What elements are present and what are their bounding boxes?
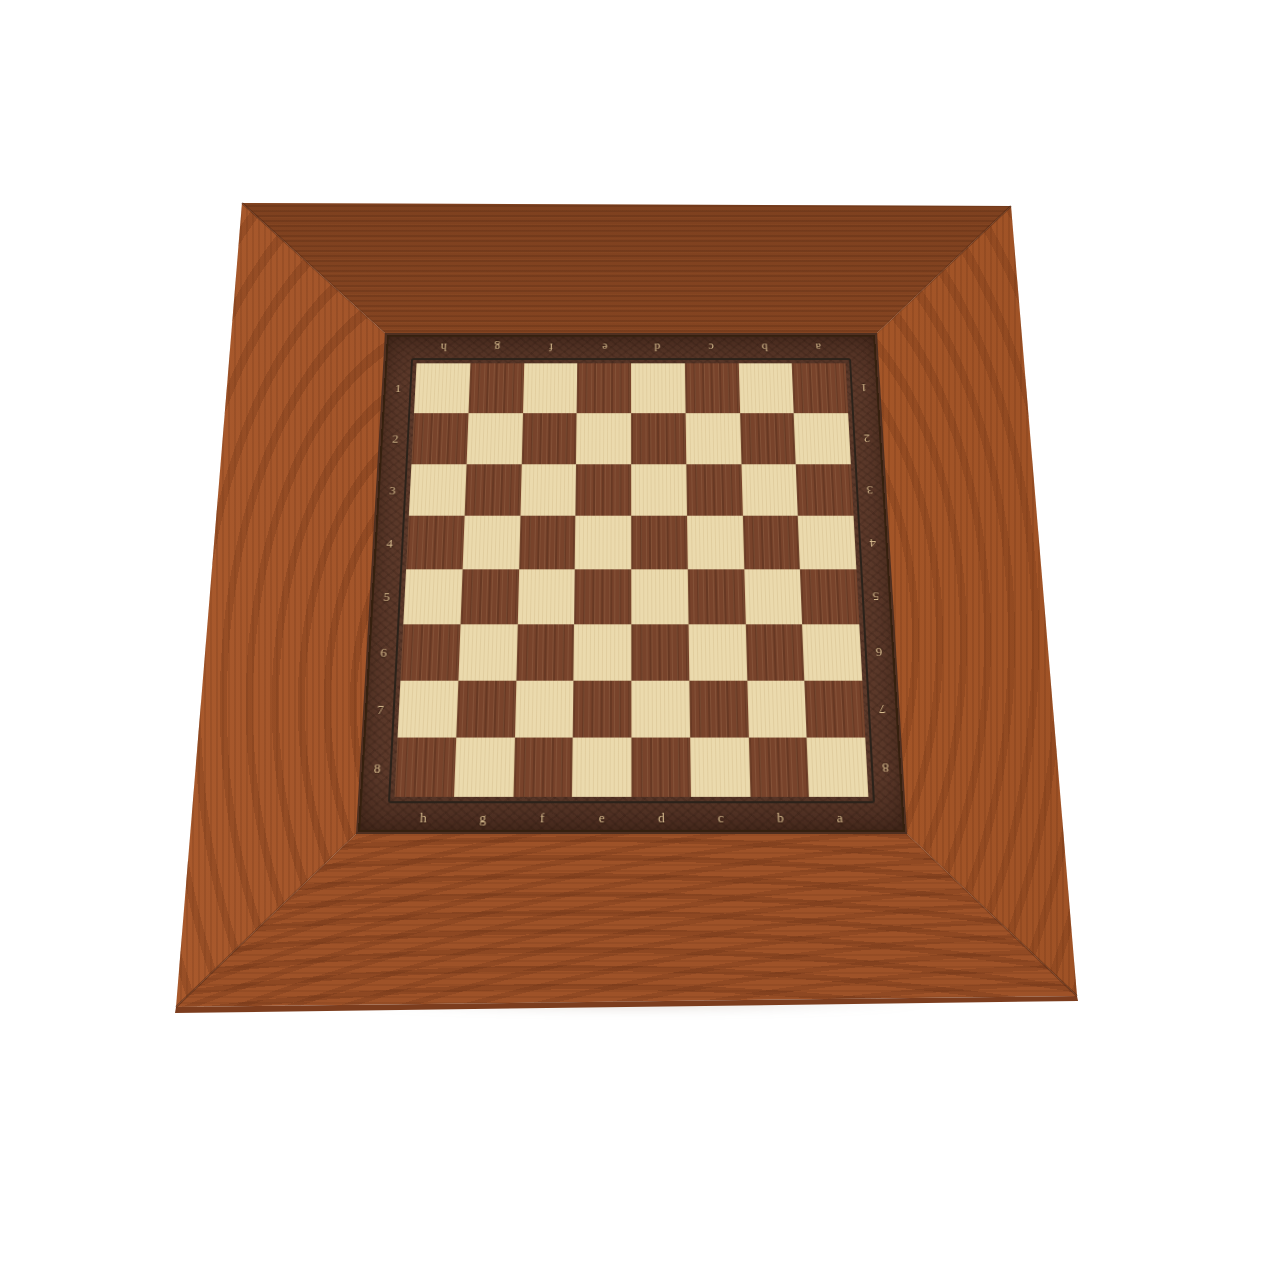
square-c6[interactable] — [688, 624, 747, 680]
rank-label-left-7: 7 — [377, 702, 384, 715]
square-b8[interactable] — [748, 738, 809, 797]
chess-table-photo: hh11gg22ff33ee44dd55cc66bb77aa88 — [0, 0, 1280, 1280]
square-a5[interactable] — [800, 569, 859, 624]
square-b4[interactable] — [742, 516, 800, 569]
rank-label-right-8: 8 — [882, 760, 890, 774]
square-e1[interactable] — [577, 363, 631, 413]
rank-label-right-5: 5 — [872, 590, 879, 603]
rank-label-right-7: 7 — [879, 702, 886, 715]
file-label-top-b: b — [761, 341, 767, 352]
square-d2[interactable] — [631, 413, 686, 464]
square-h5[interactable] — [403, 569, 462, 624]
square-b7[interactable] — [747, 680, 807, 738]
square-c2[interactable] — [685, 413, 741, 464]
file-label-top-g: g — [494, 341, 500, 352]
square-e7[interactable] — [573, 680, 631, 738]
square-h8[interactable] — [394, 738, 455, 797]
square-g4[interactable] — [462, 516, 520, 569]
square-h6[interactable] — [400, 624, 460, 680]
file-label-bottom-a: a — [836, 810, 843, 824]
rank-label-left-4: 4 — [386, 536, 393, 548]
file-label-bottom-h: h — [420, 810, 427, 824]
square-g7[interactable] — [456, 680, 516, 738]
file-label-bottom-b: b — [777, 810, 784, 824]
square-a3[interactable] — [796, 464, 854, 516]
chess-board: hh11gg22ff33ee44dd55cc66bb77aa88 — [358, 335, 905, 832]
square-c1[interactable] — [685, 363, 740, 413]
square-e3[interactable] — [576, 464, 632, 516]
square-e6[interactable] — [574, 624, 632, 680]
board-grid — [394, 363, 868, 797]
square-d4[interactable] — [631, 516, 687, 569]
square-a7[interactable] — [805, 680, 866, 738]
square-c4[interactable] — [687, 516, 744, 569]
square-b3[interactable] — [741, 464, 798, 516]
square-e8[interactable] — [572, 738, 631, 797]
square-d8[interactable] — [631, 738, 690, 797]
rank-label-left-2: 2 — [392, 432, 399, 444]
file-label-top-h: h — [441, 341, 448, 352]
square-a8[interactable] — [807, 738, 869, 797]
square-c5[interactable] — [688, 569, 746, 624]
square-a4[interactable] — [798, 516, 856, 569]
square-a6[interactable] — [802, 624, 862, 680]
square-d5[interactable] — [631, 569, 688, 624]
rank-label-left-8: 8 — [374, 760, 381, 774]
file-label-top-a: a — [815, 341, 821, 352]
rank-label-left-6: 6 — [380, 646, 387, 659]
square-g5[interactable] — [460, 569, 518, 624]
square-b1[interactable] — [738, 363, 794, 413]
rank-label-right-4: 4 — [869, 536, 876, 548]
square-d7[interactable] — [631, 680, 690, 738]
rank-label-left-1: 1 — [395, 382, 402, 393]
square-c3[interactable] — [686, 464, 742, 516]
square-c7[interactable] — [689, 680, 748, 738]
file-label-bottom-e: e — [599, 810, 605, 824]
file-label-bottom-g: g — [479, 810, 486, 824]
square-g3[interactable] — [464, 464, 521, 516]
square-f4[interactable] — [519, 516, 576, 569]
rank-label-right-2: 2 — [863, 432, 870, 444]
file-label-top-d: d — [655, 341, 661, 352]
file-label-bottom-f: f — [540, 810, 545, 824]
square-h3[interactable] — [409, 464, 467, 516]
square-g1[interactable] — [468, 363, 524, 413]
file-label-top-e: e — [602, 341, 608, 352]
rank-label-left-5: 5 — [383, 590, 390, 603]
rank-label-left-3: 3 — [389, 484, 396, 496]
square-b5[interactable] — [744, 569, 802, 624]
square-f8[interactable] — [513, 738, 573, 797]
square-a2[interactable] — [794, 413, 851, 464]
square-a1[interactable] — [792, 363, 848, 413]
square-g6[interactable] — [458, 624, 517, 680]
square-f1[interactable] — [523, 363, 578, 413]
square-h4[interactable] — [406, 516, 464, 569]
square-f6[interactable] — [516, 624, 574, 680]
square-d6[interactable] — [631, 624, 689, 680]
square-h1[interactable] — [414, 363, 470, 413]
square-h7[interactable] — [397, 680, 458, 738]
square-d3[interactable] — [631, 464, 687, 516]
file-label-top-c: c — [708, 341, 714, 352]
square-e2[interactable] — [576, 413, 631, 464]
rank-label-right-1: 1 — [861, 382, 868, 393]
rank-label-right-3: 3 — [866, 484, 873, 496]
square-f2[interactable] — [521, 413, 577, 464]
square-g2[interactable] — [466, 413, 522, 464]
file-label-bottom-d: d — [658, 810, 665, 824]
square-f5[interactable] — [517, 569, 575, 624]
square-b2[interactable] — [740, 413, 796, 464]
rank-label-right-6: 6 — [875, 646, 882, 659]
square-f3[interactable] — [520, 464, 576, 516]
file-label-bottom-c: c — [718, 810, 724, 824]
square-h2[interactable] — [411, 413, 468, 464]
file-label-top-f: f — [549, 341, 553, 352]
square-g8[interactable] — [454, 738, 515, 797]
square-e4[interactable] — [575, 516, 631, 569]
square-c8[interactable] — [690, 738, 750, 797]
square-d1[interactable] — [631, 363, 685, 413]
square-f7[interactable] — [514, 680, 573, 738]
square-e5[interactable] — [574, 569, 631, 624]
square-b6[interactable] — [745, 624, 804, 680]
board-wrap: hh11gg22ff33ee44dd55cc66bb77aa88 — [358, 335, 905, 832]
